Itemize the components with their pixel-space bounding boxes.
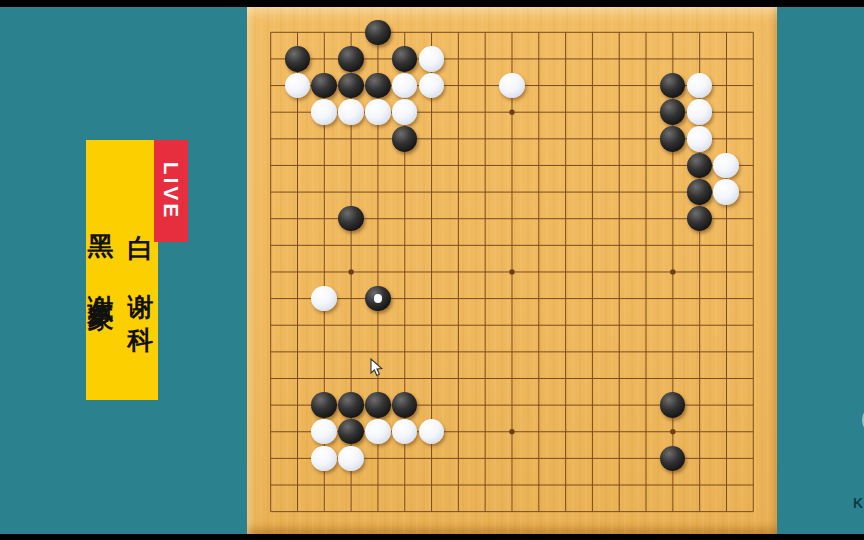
stone-white [311,286,337,312]
stone-white [419,46,445,72]
stone-white [311,446,337,472]
stones-layer [257,19,766,525]
stone-black [338,206,364,232]
stone-black [311,73,337,99]
stone-white [365,419,391,445]
mouse-cursor [370,358,384,381]
stone-white [687,73,713,99]
stone-black [392,46,418,72]
stone-black [687,153,713,179]
stone-black [392,126,418,152]
stone-black [660,73,686,99]
stone-black [392,392,418,418]
stone-black [338,73,364,99]
stone-black [660,446,686,472]
stone-white [311,419,337,445]
top-letterbox-bar [0,0,864,7]
black-player-name: 谢尔豪 [88,274,114,289]
bottom-letterbox-bar [0,534,864,540]
stone-black [660,99,686,125]
stone-white [499,73,525,99]
stone-black [338,419,364,445]
stone-black [285,46,311,72]
white-player-name: 谢科 [128,273,154,339]
stone-white [285,73,311,99]
stone-white [713,153,739,179]
stone-white [311,99,337,125]
stone-black [311,392,337,418]
go-board[interactable] [247,7,777,534]
last-move-marker [374,294,383,303]
stone-white [365,99,391,125]
broadcast-stage: LIVE 黑 白 谢尔豪 谢科 K [0,7,864,534]
live-badge-label: LIVE [159,162,183,221]
stone-white [419,73,445,99]
stone-white [392,73,418,99]
stone-black [687,206,713,232]
stone-black [365,286,391,312]
stone-black [365,73,391,99]
stone-white [392,419,418,445]
watermark-letter: K [853,495,863,511]
stone-white [338,99,364,125]
player-panel [86,140,158,400]
stone-black [365,20,391,46]
stone-black [687,179,713,205]
live-badge: LIVE [154,140,188,242]
stone-white [687,126,713,152]
stone-white [392,99,418,125]
stone-black [338,46,364,72]
stone-black [660,392,686,418]
stone-black [338,392,364,418]
stone-black [365,392,391,418]
stone-white [338,446,364,472]
stone-white [419,419,445,445]
stone-white [713,179,739,205]
stone-white [687,99,713,125]
stone-black [660,126,686,152]
